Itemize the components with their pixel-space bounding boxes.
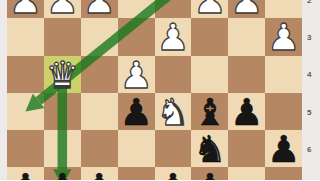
rank-label-2: 2 bbox=[307, 0, 311, 4]
square-f6[interactable] bbox=[81, 130, 118, 167]
square-h5[interactable] bbox=[7, 93, 44, 130]
rank-label-3: 3 bbox=[307, 32, 311, 41]
piece-bP-h7[interactable]: ♟ bbox=[7, 169, 44, 181]
piece-bP-f7[interactable]: ♟ bbox=[81, 169, 118, 181]
square-h4[interactable] bbox=[7, 56, 44, 93]
piece-bB-c5[interactable]: ♝ bbox=[191, 94, 228, 131]
square-b4[interactable] bbox=[228, 56, 265, 93]
piece-wP-c2[interactable]: ♟ bbox=[191, 0, 228, 19]
square-b3[interactable] bbox=[228, 18, 265, 55]
piece-bP-b5[interactable]: ♟ bbox=[228, 94, 265, 131]
square-e3[interactable] bbox=[118, 18, 155, 55]
piece-bN-c6[interactable]: ♞ bbox=[191, 131, 228, 168]
piece-bP-e5[interactable]: ♟ bbox=[118, 94, 155, 131]
right-gutter: 23456 bbox=[302, 0, 320, 180]
square-c3[interactable] bbox=[191, 18, 228, 55]
piece-bP-d7[interactable]: ♟ bbox=[155, 169, 192, 181]
square-f4[interactable] bbox=[81, 56, 118, 93]
square-c4[interactable] bbox=[191, 56, 228, 93]
square-d6[interactable] bbox=[155, 130, 192, 167]
piece-wP-b2[interactable]: ♟ bbox=[228, 0, 265, 19]
piece-wP-h2[interactable]: ♟ bbox=[7, 0, 44, 19]
square-b6[interactable] bbox=[228, 130, 265, 167]
square-f3[interactable] bbox=[81, 18, 118, 55]
square-h3[interactable] bbox=[7, 18, 44, 55]
square-h6[interactable] bbox=[7, 130, 44, 167]
piece-wP-g2[interactable]: ♟ bbox=[44, 0, 81, 19]
piece-bP-g7[interactable]: ♟ bbox=[44, 169, 81, 181]
piece-wP-f2[interactable]: ♟ bbox=[81, 0, 118, 19]
piece-wP-e4[interactable]: ♟ bbox=[118, 57, 155, 94]
piece-wN-d5[interactable]: ♞ bbox=[155, 94, 192, 131]
rank-label-6: 6 bbox=[307, 144, 311, 153]
rank-label-4: 4 bbox=[307, 70, 311, 79]
square-e6[interactable] bbox=[118, 130, 155, 167]
piece-bP-a6[interactable]: ♟ bbox=[265, 131, 302, 168]
piece-wQ-g4[interactable]: ♛ bbox=[44, 57, 81, 94]
square-a4[interactable] bbox=[265, 56, 302, 93]
piece-wP-a3[interactable]: ♟ bbox=[265, 19, 302, 56]
square-g6[interactable] bbox=[44, 130, 81, 167]
piece-wP-d3[interactable]: ♟ bbox=[155, 19, 192, 56]
chess-app-viewport: ♛♞♟♟♟♟♟♟♟♟♝♞♟♟♟♟♟♟♟♟ 23456 bbox=[0, 0, 320, 180]
square-e2[interactable] bbox=[118, 0, 155, 18]
square-e7[interactable] bbox=[118, 167, 155, 180]
square-d4[interactable] bbox=[155, 56, 192, 93]
square-f5[interactable] bbox=[81, 93, 118, 130]
square-g3[interactable] bbox=[44, 18, 81, 55]
square-g5[interactable] bbox=[44, 93, 81, 130]
square-a5[interactable] bbox=[265, 93, 302, 130]
piece-bP-c7[interactable]: ♟ bbox=[191, 169, 228, 181]
rank-label-5: 5 bbox=[307, 107, 311, 116]
square-b7[interactable] bbox=[228, 167, 265, 180]
left-gutter bbox=[0, 0, 7, 180]
